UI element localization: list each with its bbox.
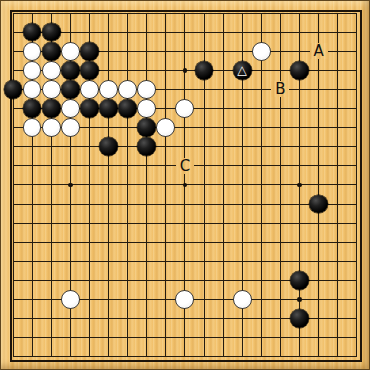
white-stone bbox=[23, 80, 42, 99]
black-stone bbox=[80, 42, 99, 61]
black-stone bbox=[118, 99, 137, 118]
white-stone bbox=[80, 80, 99, 99]
black-stone bbox=[290, 61, 309, 80]
white-stone bbox=[137, 80, 156, 99]
white-stone bbox=[42, 118, 61, 137]
black-stone bbox=[290, 309, 309, 328]
black-stone bbox=[4, 80, 23, 99]
black-stone bbox=[99, 137, 118, 156]
white-stone bbox=[42, 80, 61, 99]
black-stone bbox=[137, 137, 156, 156]
white-stone bbox=[175, 290, 194, 309]
board-stones-grid: △ bbox=[3, 3, 366, 366]
black-stone bbox=[23, 99, 42, 118]
black-stone: △ bbox=[233, 61, 252, 80]
white-stone bbox=[99, 80, 118, 99]
black-stone bbox=[42, 23, 61, 42]
white-stone bbox=[23, 61, 42, 80]
triangle-mark: △ bbox=[237, 64, 247, 77]
black-stone bbox=[195, 61, 214, 80]
white-stone bbox=[61, 118, 80, 137]
black-stone bbox=[99, 99, 118, 118]
white-stone bbox=[23, 42, 42, 61]
white-stone bbox=[61, 99, 80, 118]
black-stone bbox=[309, 195, 328, 214]
white-stone bbox=[156, 118, 175, 137]
black-stone bbox=[61, 61, 80, 80]
black-stone bbox=[42, 42, 61, 61]
black-stone bbox=[80, 99, 99, 118]
white-stone bbox=[137, 99, 156, 118]
black-stone bbox=[80, 61, 99, 80]
white-stone bbox=[175, 99, 194, 118]
black-stone bbox=[23, 23, 42, 42]
white-stone bbox=[61, 42, 80, 61]
black-stone bbox=[290, 271, 309, 290]
white-stone bbox=[233, 290, 252, 309]
white-stone bbox=[61, 290, 80, 309]
black-stone bbox=[61, 80, 80, 99]
white-stone bbox=[23, 118, 42, 137]
white-stone bbox=[118, 80, 137, 99]
go-board[interactable]: ABC △ bbox=[0, 0, 370, 370]
black-stone bbox=[42, 99, 61, 118]
white-stone bbox=[252, 42, 271, 61]
white-stone bbox=[42, 61, 61, 80]
black-stone bbox=[137, 118, 156, 137]
